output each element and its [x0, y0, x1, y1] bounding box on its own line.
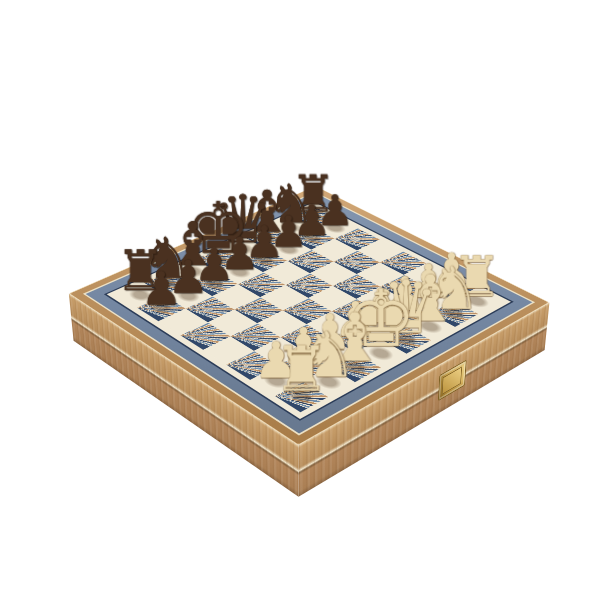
brass-clasp — [438, 360, 467, 402]
piece-glyph: ♟ — [101, 266, 222, 312]
chess-box: ♜♟♟♜♞♟♟♞♝♟♟♝♛♟♟♛♚♟♟♚♝♟♟♝♞♟♟♞♜♟♟♜ — [69, 186, 550, 445]
square-h7: ♟ — [137, 295, 185, 321]
product-photo-scene: ♜♟♟♜♞♟♟♞♝♟♟♝♛♟♟♛♚♟♟♚♝♟♟♝♞♟♟♞♜♟♟♜ — [0, 0, 611, 611]
brass-clasp-plate — [442, 366, 462, 394]
board-blue-border: ♜♟♟♜♞♟♟♞♝♟♟♝♛♟♟♛♚♟♟♚♝♟♟♝♞♟♟♞♜♟♟♜ — [86, 193, 533, 434]
board-outer-pinstripe: ♜♟♟♜♞♟♟♞♝♟♟♝♛♟♟♛♚♟♟♚♝♟♟♝♞♟♟♞♜♟♟♜ — [83, 192, 535, 436]
square-h1: ♜ — [275, 381, 328, 412]
piece-glyph: ♜ — [235, 339, 368, 401]
box-lid-wood-frame: ♜♟♟♜♞♟♟♞♝♟♟♝♛♟♟♛♚♟♟♚♝♟♟♝♞♟♟♞♜♟♟♜ — [69, 186, 550, 445]
